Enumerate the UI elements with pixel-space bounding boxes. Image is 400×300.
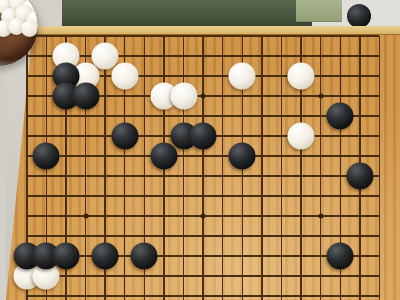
board-intersection[interactable] <box>174 46 194 66</box>
white-stone[interactable] <box>288 123 315 150</box>
board-intersection[interactable] <box>213 266 233 286</box>
board-intersection[interactable] <box>370 226 390 246</box>
board-intersection[interactable] <box>252 246 272 266</box>
board-intersection[interactable] <box>213 26 233 46</box>
board-intersection[interactable] <box>291 166 311 186</box>
board-intersection[interactable] <box>350 46 370 66</box>
board-intersection[interactable] <box>17 166 37 186</box>
board-intersection[interactable] <box>311 146 331 166</box>
board-intersection[interactable] <box>370 186 390 206</box>
board-intersection[interactable] <box>350 286 370 300</box>
board-intersection[interactable] <box>135 286 155 300</box>
board-intersection[interactable] <box>154 26 174 46</box>
black-stone[interactable] <box>33 143 60 170</box>
pale-green-box <box>296 0 342 22</box>
board-intersection[interactable] <box>56 126 76 146</box>
board-intersection[interactable] <box>174 246 194 266</box>
board-intersection[interactable] <box>17 206 37 226</box>
board-intersection[interactable] <box>331 206 351 226</box>
board-intersection[interactable] <box>37 26 57 46</box>
board-intersection[interactable] <box>252 46 272 66</box>
board-intersection[interactable] <box>350 266 370 286</box>
board-intersection[interactable] <box>233 246 253 266</box>
board-intersection[interactable] <box>370 26 390 46</box>
board-intersection[interactable] <box>370 106 390 126</box>
board-intersection[interactable] <box>350 26 370 46</box>
board-intersection[interactable] <box>76 146 96 166</box>
board-intersection[interactable] <box>193 186 213 206</box>
board-intersection[interactable] <box>311 186 331 206</box>
board-intersection[interactable] <box>272 166 292 186</box>
board-intersection[interactable] <box>331 46 351 66</box>
board-intersection[interactable] <box>17 106 37 126</box>
board-intersection[interactable] <box>95 186 115 206</box>
board-intersection[interactable] <box>370 286 390 300</box>
board-intersection[interactable] <box>193 286 213 300</box>
board-intersection[interactable] <box>350 126 370 146</box>
board-intersection[interactable] <box>213 166 233 186</box>
black-stone[interactable] <box>151 143 178 170</box>
board-intersection[interactable] <box>76 186 96 206</box>
hoshi-point <box>201 214 206 219</box>
board-intersection[interactable] <box>291 246 311 266</box>
board-intersection[interactable] <box>252 106 272 126</box>
board-intersection[interactable] <box>233 26 253 46</box>
board-intersection[interactable] <box>193 226 213 246</box>
board-intersection[interactable] <box>370 46 390 66</box>
board-intersection[interactable] <box>115 186 135 206</box>
board-intersection[interactable] <box>115 206 135 226</box>
board-intersection[interactable] <box>115 26 135 46</box>
board-intersection[interactable] <box>115 226 135 246</box>
board-intersection[interactable] <box>331 146 351 166</box>
board-intersection[interactable] <box>272 26 292 46</box>
board-intersection[interactable] <box>95 286 115 300</box>
board-intersection[interactable] <box>95 206 115 226</box>
board-intersection[interactable] <box>252 186 272 206</box>
hoshi-point <box>201 94 206 99</box>
board-intersection[interactable] <box>311 166 331 186</box>
board-intersection[interactable] <box>213 226 233 246</box>
board-intersection[interactable] <box>213 286 233 300</box>
green-book <box>62 0 312 28</box>
board-intersection[interactable] <box>115 286 135 300</box>
board-intersection[interactable] <box>56 286 76 300</box>
white-stone[interactable] <box>288 63 315 90</box>
board-intersection[interactable] <box>154 206 174 226</box>
black-stone[interactable] <box>111 123 138 150</box>
board-intersection[interactable] <box>193 246 213 266</box>
go-grid <box>17 26 389 300</box>
board-intersection[interactable] <box>56 206 76 226</box>
board-intersection[interactable] <box>370 266 390 286</box>
board-intersection[interactable] <box>350 66 370 86</box>
board-intersection[interactable] <box>370 66 390 86</box>
board-intersection[interactable] <box>76 166 96 186</box>
photo-scene <box>0 0 400 300</box>
board-intersection[interactable] <box>331 66 351 86</box>
board-intersection[interactable] <box>252 166 272 186</box>
board-intersection[interactable] <box>95 166 115 186</box>
board-intersection[interactable] <box>37 186 57 206</box>
white-stone[interactable] <box>170 83 197 110</box>
white-stone[interactable] <box>229 63 256 90</box>
board-intersection[interactable] <box>213 246 233 266</box>
board-intersection[interactable] <box>56 166 76 186</box>
black-stone[interactable] <box>229 143 256 170</box>
board-intersection[interactable] <box>193 66 213 86</box>
board-intersection[interactable] <box>135 206 155 226</box>
white-stone[interactable] <box>111 63 138 90</box>
board-intersection[interactable] <box>135 186 155 206</box>
board-intersection[interactable] <box>174 166 194 186</box>
board-intersection[interactable] <box>17 186 37 206</box>
hoshi-point <box>83 214 88 219</box>
board-intersection[interactable] <box>233 226 253 246</box>
board-intersection[interactable] <box>350 206 370 226</box>
board-intersection[interactable] <box>252 206 272 226</box>
black-stone[interactable] <box>131 243 158 270</box>
black-stone[interactable] <box>327 103 354 130</box>
board-intersection[interactable] <box>193 46 213 66</box>
black-stone[interactable] <box>92 243 119 270</box>
board-intersection[interactable] <box>272 146 292 166</box>
board-intersection[interactable] <box>252 266 272 286</box>
captured-black-stone-on-table <box>347 4 371 28</box>
hoshi-point <box>318 94 323 99</box>
board-intersection[interactable] <box>252 86 272 106</box>
black-stone[interactable] <box>72 83 99 110</box>
board-intersection[interactable] <box>174 186 194 206</box>
board-intersection[interactable] <box>17 86 37 106</box>
board-intersection[interactable] <box>76 26 96 46</box>
hoshi-point <box>318 214 323 219</box>
board-intersection[interactable] <box>95 106 115 126</box>
board-intersection[interactable] <box>252 26 272 46</box>
board-intersection[interactable] <box>213 86 233 106</box>
board-intersection[interactable] <box>370 246 390 266</box>
bowl-white-stone <box>21 20 38 37</box>
board-intersection[interactable] <box>174 286 194 300</box>
board-intersection[interactable] <box>37 206 57 226</box>
board-intersection[interactable] <box>76 126 96 146</box>
board-intersection[interactable] <box>311 266 331 286</box>
board-intersection[interactable] <box>17 126 37 146</box>
board-intersection[interactable] <box>252 126 272 146</box>
board-intersection[interactable] <box>291 286 311 300</box>
board-intersection[interactable] <box>291 186 311 206</box>
board-intersection[interactable] <box>213 46 233 66</box>
board-intersection[interactable] <box>154 286 174 300</box>
black-stone[interactable] <box>53 243 80 270</box>
board-intersection[interactable] <box>76 266 96 286</box>
board-intersection[interactable] <box>370 146 390 166</box>
board-intersection[interactable] <box>115 266 135 286</box>
board-intersection[interactable] <box>370 206 390 226</box>
board-intersection[interactable] <box>193 26 213 46</box>
board-intersection[interactable] <box>233 286 253 300</box>
board-intersection[interactable] <box>76 286 96 300</box>
board-intersection[interactable] <box>291 206 311 226</box>
board-intersection[interactable] <box>135 106 155 126</box>
board-intersection[interactable] <box>135 26 155 46</box>
board-intersection[interactable] <box>370 86 390 106</box>
board-intersection[interactable] <box>331 26 351 46</box>
go-board <box>6 26 400 300</box>
board-intersection[interactable] <box>311 26 331 46</box>
board-intersection[interactable] <box>95 146 115 166</box>
board-intersection[interactable] <box>272 246 292 266</box>
board-intersection[interactable] <box>174 206 194 226</box>
board-intersection[interactable] <box>233 106 253 126</box>
board-intersection[interactable] <box>233 266 253 286</box>
board-intersection[interactable] <box>154 46 174 66</box>
board-intersection[interactable] <box>252 226 272 246</box>
board-intersection[interactable] <box>37 106 57 126</box>
board-intersection[interactable] <box>272 106 292 126</box>
board-intersection[interactable] <box>233 186 253 206</box>
board-intersection[interactable] <box>154 266 174 286</box>
board-intersection[interactable] <box>17 66 37 86</box>
board-intersection[interactable] <box>331 286 351 300</box>
black-stone[interactable] <box>347 163 374 190</box>
board-intersection[interactable] <box>174 226 194 246</box>
board-intersection[interactable] <box>76 226 96 246</box>
board-intersection[interactable] <box>193 266 213 286</box>
board-intersection[interactable] <box>174 26 194 46</box>
board-intersection[interactable] <box>350 86 370 106</box>
board-intersection[interactable] <box>213 186 233 206</box>
board-intersection[interactable] <box>311 46 331 66</box>
board-intersection[interactable] <box>291 266 311 286</box>
board-intersection[interactable] <box>272 46 292 66</box>
board-intersection[interactable] <box>291 26 311 46</box>
board-intersection[interactable] <box>331 186 351 206</box>
board-intersection[interactable] <box>154 226 174 246</box>
board-intersection[interactable] <box>350 226 370 246</box>
board-intersection[interactable] <box>311 226 331 246</box>
board-intersection[interactable] <box>272 226 292 246</box>
board-intersection[interactable] <box>135 166 155 186</box>
board-intersection[interactable] <box>135 46 155 66</box>
board-intersection[interactable] <box>272 286 292 300</box>
board-intersection[interactable] <box>174 266 194 286</box>
board-intersection[interactable] <box>252 286 272 300</box>
board-intersection[interactable] <box>272 186 292 206</box>
board-intersection[interactable] <box>56 186 76 206</box>
board-intersection[interactable] <box>272 266 292 286</box>
board-intersection[interactable] <box>193 166 213 186</box>
board-intersection[interactable] <box>233 206 253 226</box>
board-intersection[interactable] <box>311 286 331 300</box>
board-intersection[interactable] <box>370 126 390 146</box>
board-intersection[interactable] <box>291 226 311 246</box>
board-intersection[interactable] <box>115 166 135 186</box>
board-intersection[interactable] <box>213 106 233 126</box>
board-intersection[interactable] <box>272 206 292 226</box>
board-intersection[interactable] <box>272 86 292 106</box>
board-intersection[interactable] <box>213 206 233 226</box>
board-intersection[interactable] <box>154 186 174 206</box>
black-stone[interactable] <box>190 123 217 150</box>
black-stone[interactable] <box>327 243 354 270</box>
